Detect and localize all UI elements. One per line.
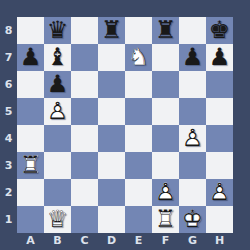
chess-board: ♛♜♜♚♟♝♞♘♟♟♟♟♙♟♙♜♖♟♙♟♙♛♕♜♖♚♔	[17, 17, 233, 233]
square-f1[interactable]: ♜♖	[152, 206, 179, 233]
square-f5[interactable]	[152, 98, 179, 125]
rank-label-4: 4	[0, 125, 17, 152]
square-e4[interactable]	[125, 125, 152, 152]
file-label-g: G	[179, 233, 206, 250]
square-f2[interactable]: ♟♙	[152, 179, 179, 206]
white-pawn-b5: ♟♙	[44, 98, 71, 125]
white-knight-outline-glyph: ♘	[125, 44, 152, 71]
white-pawn-g4: ♟♙	[179, 125, 206, 152]
file-label-f: F	[152, 233, 179, 250]
white-rook-a3: ♜♖	[17, 152, 44, 179]
square-c6[interactable]	[71, 71, 98, 98]
square-c7[interactable]	[71, 44, 98, 71]
rank-labels: 87654321	[0, 17, 17, 233]
white-pawn-f2: ♟♙	[152, 179, 179, 206]
black-pawn-glyph: ♟	[179, 44, 206, 71]
black-rook-glyph: ♜	[98, 17, 125, 44]
square-b4[interactable]	[44, 125, 71, 152]
black-rook-glyph: ♜	[152, 17, 179, 44]
square-d1[interactable]	[98, 206, 125, 233]
square-h2[interactable]: ♟♙	[206, 179, 233, 206]
square-g7[interactable]: ♟	[179, 44, 206, 71]
square-h6[interactable]	[206, 71, 233, 98]
black-king-glyph: ♚	[206, 17, 233, 44]
white-pawn-h2: ♟♙	[206, 179, 233, 206]
square-e5[interactable]	[125, 98, 152, 125]
rank-label-1: 1	[0, 206, 17, 233]
square-e1[interactable]	[125, 206, 152, 233]
rank-label-8: 8	[0, 17, 17, 44]
square-b2[interactable]	[44, 179, 71, 206]
file-label-d: D	[98, 233, 125, 250]
file-label-b: B	[44, 233, 71, 250]
square-d4[interactable]	[98, 125, 125, 152]
square-b5[interactable]: ♟♙	[44, 98, 71, 125]
rank-label-3: 3	[0, 152, 17, 179]
square-d7[interactable]	[98, 44, 125, 71]
square-g1[interactable]: ♚♔	[179, 206, 206, 233]
black-rook-d8: ♜	[98, 17, 125, 44]
square-b3[interactable]	[44, 152, 71, 179]
square-a6[interactable]	[17, 71, 44, 98]
rank-label-6: 6	[0, 71, 17, 98]
square-g4[interactable]: ♟♙	[179, 125, 206, 152]
white-pawn-outline-glyph: ♙	[206, 179, 233, 206]
square-d8[interactable]: ♜	[98, 17, 125, 44]
square-f3[interactable]	[152, 152, 179, 179]
square-g2[interactable]	[179, 179, 206, 206]
square-h4[interactable]	[206, 125, 233, 152]
square-b8[interactable]: ♛	[44, 17, 71, 44]
square-c3[interactable]	[71, 152, 98, 179]
black-pawn-a7: ♟	[17, 44, 44, 71]
square-e8[interactable]	[125, 17, 152, 44]
square-h1[interactable]	[206, 206, 233, 233]
square-a7[interactable]: ♟	[17, 44, 44, 71]
black-bishop-b7: ♝	[44, 44, 71, 71]
square-c8[interactable]	[71, 17, 98, 44]
black-queen-glyph: ♛	[44, 17, 71, 44]
white-queen-outline-glyph: ♕	[44, 206, 71, 233]
square-g3[interactable]	[179, 152, 206, 179]
square-f6[interactable]	[152, 71, 179, 98]
square-g6[interactable]	[179, 71, 206, 98]
black-pawn-glyph: ♟	[206, 44, 233, 71]
square-c4[interactable]	[71, 125, 98, 152]
square-e2[interactable]	[125, 179, 152, 206]
white-pawn-outline-glyph: ♙	[152, 179, 179, 206]
square-f8[interactable]: ♜	[152, 17, 179, 44]
square-d6[interactable]	[98, 71, 125, 98]
square-g5[interactable]	[179, 98, 206, 125]
black-pawn-g7: ♟	[179, 44, 206, 71]
black-pawn-glyph: ♟	[44, 71, 71, 98]
square-a4[interactable]	[17, 125, 44, 152]
square-c2[interactable]	[71, 179, 98, 206]
square-a8[interactable]	[17, 17, 44, 44]
chess-board-diagram: 87654321 ♛♜♜♚♟♝♞♘♟♟♟♟♙♟♙♜♖♟♙♟♙♛♕♜♖♚♔ ABC…	[0, 0, 250, 250]
square-e7[interactable]: ♞♘	[125, 44, 152, 71]
rank-label-2: 2	[0, 179, 17, 206]
white-rook-outline-glyph: ♖	[152, 206, 179, 233]
black-bishop-glyph: ♝	[44, 44, 71, 71]
white-pawn-outline-glyph: ♙	[179, 125, 206, 152]
file-label-c: C	[71, 233, 98, 250]
square-b7[interactable]: ♝	[44, 44, 71, 71]
black-pawn-h7: ♟	[206, 44, 233, 71]
square-e3[interactable]	[125, 152, 152, 179]
black-king-h8: ♚	[206, 17, 233, 44]
square-f7[interactable]	[152, 44, 179, 71]
white-king-outline-glyph: ♔	[179, 206, 206, 233]
square-f4[interactable]	[152, 125, 179, 152]
black-rook-f8: ♜	[152, 17, 179, 44]
square-a3[interactable]: ♜♖	[17, 152, 44, 179]
square-d5[interactable]	[98, 98, 125, 125]
square-c1[interactable]	[71, 206, 98, 233]
square-h5[interactable]	[206, 98, 233, 125]
square-g8[interactable]	[179, 17, 206, 44]
square-a5[interactable]	[17, 98, 44, 125]
black-pawn-glyph: ♟	[17, 44, 44, 71]
square-h8[interactable]: ♚	[206, 17, 233, 44]
square-h3[interactable]	[206, 152, 233, 179]
file-label-e: E	[125, 233, 152, 250]
black-queen-b8: ♛	[44, 17, 71, 44]
square-e6[interactable]	[125, 71, 152, 98]
white-rook-outline-glyph: ♖	[17, 152, 44, 179]
white-rook-f1: ♜♖	[152, 206, 179, 233]
square-b1[interactable]: ♛♕	[44, 206, 71, 233]
square-a1[interactable]	[17, 206, 44, 233]
file-labels: ABCDEFGH	[17, 233, 233, 250]
rank-label-7: 7	[0, 44, 17, 71]
white-pawn-outline-glyph: ♙	[44, 98, 71, 125]
square-d2[interactable]	[98, 179, 125, 206]
white-queen-b1: ♛♕	[44, 206, 71, 233]
rank-label-5: 5	[0, 98, 17, 125]
square-h7[interactable]: ♟	[206, 44, 233, 71]
white-knight-e7: ♞♘	[125, 44, 152, 71]
file-label-a: A	[17, 233, 44, 250]
square-b6[interactable]: ♟	[44, 71, 71, 98]
square-a2[interactable]	[17, 179, 44, 206]
square-c5[interactable]	[71, 98, 98, 125]
white-king-g1: ♚♔	[179, 206, 206, 233]
black-pawn-b6: ♟	[44, 71, 71, 98]
square-d3[interactable]	[98, 152, 125, 179]
file-label-h: H	[206, 233, 233, 250]
